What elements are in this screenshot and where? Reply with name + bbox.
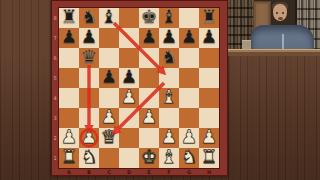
square-g1[interactable]: ♞ — [179, 148, 199, 168]
rank-label-3: 3 — [51, 108, 59, 128]
square-a3[interactable] — [59, 108, 79, 128]
black-knight-b8[interactable]: ♞ — [79, 7, 99, 27]
black-pawn-a7[interactable]: ♟ — [59, 27, 79, 47]
rank-label-4: 4 — [51, 88, 59, 108]
black-knight-f6[interactable]: ♞ — [159, 47, 179, 67]
square-h7[interactable]: ♟ — [199, 28, 219, 48]
square-a7[interactable]: ♟ — [59, 28, 79, 48]
square-a4[interactable] — [59, 88, 79, 108]
white-bishop-f4[interactable]: ♝ — [159, 87, 179, 107]
square-a2[interactable]: ♟ — [59, 128, 79, 148]
square-h8[interactable]: ♜ — [199, 8, 219, 28]
square-a8[interactable]: ♜ — [59, 8, 79, 28]
file-label-b: B — [79, 168, 99, 176]
square-d6[interactable] — [119, 48, 139, 68]
rank-label-6: 6 — [51, 48, 59, 68]
white-pawn-g2[interactable]: ♟ — [179, 127, 199, 147]
white-knight-b1[interactable]: ♞ — [79, 147, 99, 167]
square-c4[interactable] — [99, 88, 119, 108]
black-pawn-e7[interactable]: ♟ — [139, 27, 159, 47]
square-f8[interactable]: ♝ — [159, 8, 179, 28]
square-c6[interactable] — [99, 48, 119, 68]
square-g8[interactable] — [179, 8, 199, 28]
square-d7[interactable] — [119, 28, 139, 48]
file-label-d: D — [119, 168, 139, 176]
square-b8[interactable]: ♞ — [79, 8, 99, 28]
square-e4[interactable] — [139, 88, 159, 108]
black-pawn-g7[interactable]: ♟ — [179, 27, 199, 47]
black-queen-b6[interactable]: ♛ — [79, 47, 99, 67]
square-g6[interactable] — [179, 48, 199, 68]
square-a6[interactable] — [59, 48, 79, 68]
square-f3[interactable] — [159, 108, 179, 128]
file-label-g: G — [179, 168, 199, 176]
file-label-e: E — [139, 168, 159, 176]
webcam-overlay — [228, 0, 320, 56]
square-e1[interactable]: ♚ — [139, 148, 159, 168]
square-a1[interactable]: ♜ — [59, 148, 79, 168]
square-f4[interactable]: ♝ — [159, 88, 179, 108]
black-rook-h8[interactable]: ♜ — [199, 7, 219, 27]
black-bishop-c8[interactable]: ♝ — [99, 7, 119, 27]
file-label-f: F — [159, 168, 179, 176]
square-c8[interactable]: ♝ — [99, 8, 119, 28]
black-pawn-b7[interactable]: ♟ — [79, 27, 99, 47]
white-king-e1[interactable]: ♚ — [139, 147, 159, 167]
black-bishop-f8[interactable]: ♝ — [159, 7, 179, 27]
webcam-desk-edge — [228, 49, 320, 56]
rank-label-5: 5 — [51, 68, 59, 88]
board-squares: ♜♞♝♚♝♜♟♟♟♟♟♟♛♞♟♟♟♝♟♟♟♟♛♟♟♟♜♞♚♝♞♜ — [59, 8, 219, 168]
video-frame: ♜♞♝♚♝♜♟♟♟♟♟♟♛♞♟♟♟♝♟♟♟♟♛♟♟♟♜♞♚♝♞♜ 8765432… — [0, 0, 320, 180]
presenter-face — [273, 4, 287, 21]
rank-label-1: 1 — [51, 148, 59, 168]
presenter-eye — [282, 12, 284, 14]
square-f1[interactable]: ♝ — [159, 148, 179, 168]
chess-board: ♜♞♝♚♝♜♟♟♟♟♟♟♛♞♟♟♟♝♟♟♟♟♛♟♟♟♜♞♚♝♞♜ 8765432… — [51, 0, 228, 176]
square-b3[interactable] — [79, 108, 99, 128]
square-f5[interactable] — [159, 68, 179, 88]
square-b5[interactable] — [79, 68, 99, 88]
square-e7[interactable]: ♟ — [139, 28, 159, 48]
square-h3[interactable] — [199, 108, 219, 128]
square-b4[interactable] — [79, 88, 99, 108]
white-pawn-h2[interactable]: ♟ — [199, 127, 219, 147]
square-d2[interactable] — [119, 128, 139, 148]
square-f7[interactable]: ♟ — [159, 28, 179, 48]
square-e6[interactable] — [139, 48, 159, 68]
square-c5[interactable]: ♟ — [99, 68, 119, 88]
white-pawn-a2[interactable]: ♟ — [59, 127, 79, 147]
white-knight-g1[interactable]: ♞ — [179, 147, 199, 167]
square-c7[interactable] — [99, 28, 119, 48]
square-b6[interactable]: ♛ — [79, 48, 99, 68]
square-h5[interactable] — [199, 68, 219, 88]
square-d4[interactable]: ♟ — [119, 88, 139, 108]
square-f2[interactable]: ♟ — [159, 128, 179, 148]
square-g4[interactable] — [179, 88, 199, 108]
white-pawn-d4[interactable]: ♟ — [119, 87, 139, 107]
white-queen-c2[interactable]: ♛ — [99, 127, 119, 147]
black-pawn-d5[interactable]: ♟ — [119, 67, 139, 87]
rank-label-8: 8 — [51, 8, 59, 28]
square-d3[interactable] — [119, 108, 139, 128]
square-e5[interactable] — [139, 68, 159, 88]
square-g3[interactable] — [179, 108, 199, 128]
square-e2[interactable] — [139, 128, 159, 148]
black-king-e8[interactable]: ♚ — [139, 7, 159, 27]
white-pawn-e3[interactable]: ♟ — [139, 107, 159, 127]
square-d1[interactable] — [119, 148, 139, 168]
file-label-h: H — [199, 168, 219, 176]
file-label-a: A — [59, 168, 79, 176]
presenter-mouth — [278, 17, 283, 20]
black-pawn-f7[interactable]: ♟ — [159, 27, 179, 47]
white-rook-a1[interactable]: ♜ — [59, 147, 79, 167]
rank-label-7: 7 — [51, 28, 59, 48]
square-g2[interactable]: ♟ — [179, 128, 199, 148]
square-h2[interactable]: ♟ — [199, 128, 219, 148]
file-label-c: C — [99, 168, 119, 176]
square-g7[interactable]: ♟ — [179, 28, 199, 48]
square-e3[interactable]: ♟ — [139, 108, 159, 128]
white-pawn-f2[interactable]: ♟ — [159, 127, 179, 147]
black-pawn-c5[interactable]: ♟ — [99, 67, 119, 87]
square-c1[interactable] — [99, 148, 119, 168]
square-c3[interactable]: ♟ — [99, 108, 119, 128]
square-g5[interactable] — [179, 68, 199, 88]
square-b2[interactable]: ♟ — [79, 128, 99, 148]
black-pawn-h7[interactable]: ♟ — [199, 27, 219, 47]
square-a5[interactable] — [59, 68, 79, 88]
black-rook-a8[interactable]: ♜ — [59, 7, 79, 27]
square-h1[interactable]: ♜ — [199, 148, 219, 168]
white-pawn-b2[interactable]: ♟ — [79, 127, 99, 147]
square-h4[interactable] — [199, 88, 219, 108]
white-bishop-f1[interactable]: ♝ — [159, 147, 179, 167]
white-pawn-c3[interactable]: ♟ — [99, 107, 119, 127]
square-b1[interactable]: ♞ — [79, 148, 99, 168]
white-rook-h1[interactable]: ♜ — [199, 147, 219, 167]
square-f6[interactable]: ♞ — [159, 48, 179, 68]
square-e8[interactable]: ♚ — [139, 8, 159, 28]
square-d5[interactable]: ♟ — [119, 68, 139, 88]
rank-label-2: 2 — [51, 128, 59, 148]
square-b7[interactable]: ♟ — [79, 28, 99, 48]
presenter-eye — [276, 12, 278, 14]
square-h6[interactable] — [199, 48, 219, 68]
square-d8[interactable] — [119, 8, 139, 28]
square-c2[interactable]: ♛ — [99, 128, 119, 148]
